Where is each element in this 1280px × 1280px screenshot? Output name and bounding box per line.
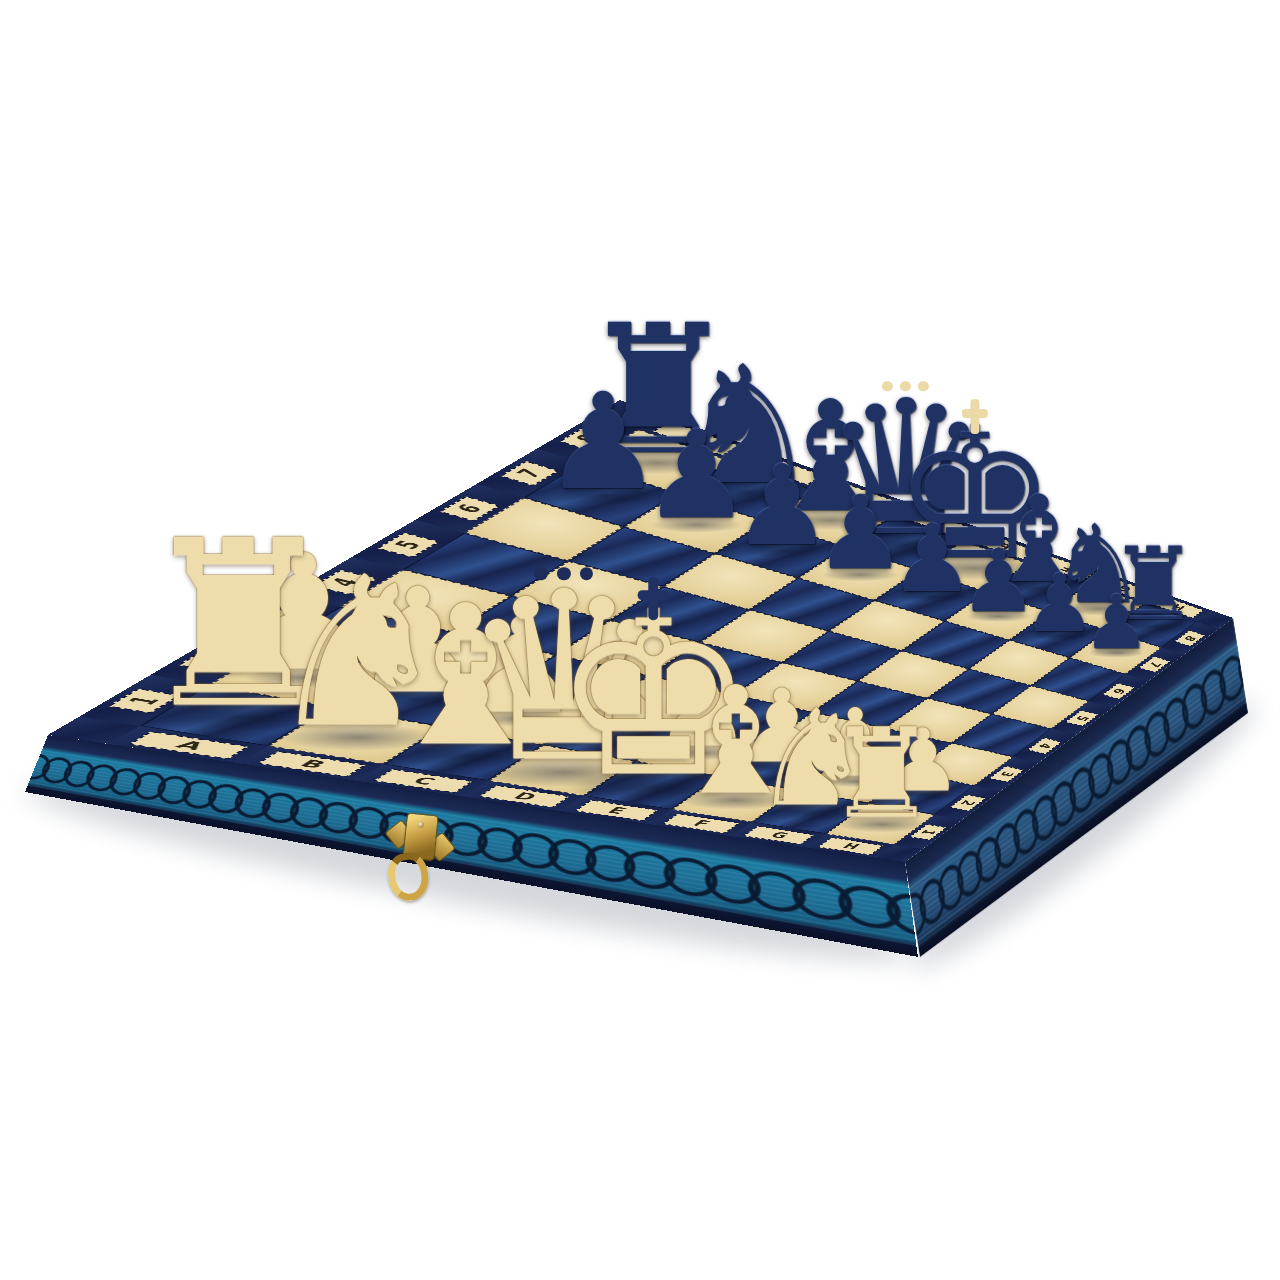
brass-clasp bbox=[373, 808, 469, 916]
cream-cross-finial bbox=[961, 399, 988, 434]
product-photo-scene: ABCDEFGH8877665544332211ABCDEFGH ♜♞♟♝♟♛♟… bbox=[0, 0, 1280, 1280]
queen-crown-orbs bbox=[882, 381, 929, 392]
